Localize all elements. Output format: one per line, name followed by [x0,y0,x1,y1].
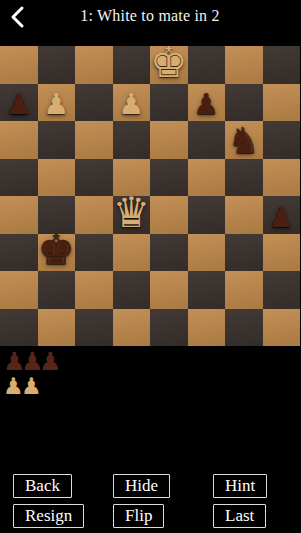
square-f3[interactable] [188,234,226,272]
square-g4[interactable] [225,196,263,234]
page-title: 1: White to mate in 2 [0,7,300,25]
square-b2[interactable] [38,271,76,309]
square-d2[interactable] [113,271,151,309]
captured-black-pawn: ♟ [39,349,57,374]
square-c4[interactable] [75,196,113,234]
square-a3[interactable] [0,234,38,272]
square-c6[interactable] [75,121,113,159]
square-d6[interactable] [113,121,151,159]
square-h7[interactable] [263,84,301,122]
resign-button[interactable]: Resign [13,504,84,528]
piece-white-pawn[interactable]: ♟ [118,90,144,119]
square-f1[interactable] [188,309,226,347]
piece-black-pawn[interactable]: ♟ [6,90,32,119]
captured-white-pieces-tray: ♟♟ [3,375,203,398]
square-h6[interactable] [263,121,301,159]
square-b3[interactable]: ♚ [38,234,76,272]
hint-button[interactable]: Hint [213,474,267,498]
square-e1[interactable] [150,309,188,347]
square-b8[interactable] [38,46,76,84]
square-f5[interactable] [188,159,226,197]
square-d8[interactable] [113,46,151,84]
square-h5[interactable] [263,159,301,197]
square-a2[interactable] [0,271,38,309]
square-h1[interactable] [263,309,301,347]
square-h8[interactable] [263,46,301,84]
square-d3[interactable] [113,234,151,272]
square-a6[interactable] [0,121,38,159]
piece-black-knight[interactable]: ♞ [228,123,260,159]
piece-white-pawn[interactable]: ♟ [43,90,69,119]
square-d7[interactable]: ♟ [113,84,151,122]
piece-black-pawn[interactable]: ♟ [193,90,219,119]
nav-bar: 1: White to mate in 2 [0,0,300,33]
chess-board: ♚♟♟♟♟♞♛♟♚ [0,46,300,346]
square-a4[interactable] [0,196,38,234]
square-c2[interactable] [75,271,113,309]
square-f2[interactable] [188,271,226,309]
square-h2[interactable] [263,271,301,309]
square-e7[interactable] [150,84,188,122]
square-a5[interactable] [0,159,38,197]
square-f4[interactable] [188,196,226,234]
square-a7[interactable]: ♟ [0,84,38,122]
square-c3[interactable] [75,234,113,272]
hide-button[interactable]: Hide [113,474,170,498]
captured-white-pawn: ♟ [3,375,21,398]
square-b6[interactable] [38,121,76,159]
captured-black-pawn: ♟ [21,349,39,374]
back-button[interactable]: Back [13,474,72,498]
square-h3[interactable] [263,234,301,272]
captured-black-pieces-tray: ♟♟♟ [3,349,203,374]
square-b5[interactable] [38,159,76,197]
square-g6[interactable]: ♞ [225,121,263,159]
square-c5[interactable] [75,159,113,197]
square-c1[interactable] [75,309,113,347]
square-c7[interactable] [75,84,113,122]
square-g7[interactable] [225,84,263,122]
square-f6[interactable] [188,121,226,159]
square-d4[interactable]: ♛ [113,196,151,234]
square-a1[interactable] [0,309,38,347]
square-f7[interactable]: ♟ [188,84,226,122]
square-e4[interactable] [150,196,188,234]
square-g5[interactable] [225,159,263,197]
piece-black-king[interactable]: ♚ [37,229,75,271]
square-g8[interactable] [225,46,263,84]
square-e3[interactable] [150,234,188,272]
square-c8[interactable] [75,46,113,84]
square-e2[interactable] [150,271,188,309]
square-d1[interactable] [113,309,151,347]
square-h4[interactable]: ♟ [263,196,301,234]
flip-button[interactable]: Flip [113,504,164,528]
square-e6[interactable] [150,121,188,159]
square-e8[interactable]: ♚ [150,46,188,84]
square-e5[interactable] [150,159,188,197]
last-button[interactable]: Last [213,504,266,528]
square-g1[interactable] [225,309,263,347]
square-a8[interactable] [0,46,38,84]
square-g3[interactable] [225,234,263,272]
piece-white-queen[interactable]: ♛ [112,192,150,234]
square-b7[interactable]: ♟ [38,84,76,122]
square-g2[interactable] [225,271,263,309]
captured-white-pawn: ♟ [21,375,39,398]
piece-black-pawn[interactable]: ♟ [268,203,294,232]
piece-white-king[interactable]: ♚ [150,42,188,84]
square-f8[interactable] [188,46,226,84]
square-b1[interactable] [38,309,76,347]
captured-black-pawn: ♟ [3,349,21,374]
